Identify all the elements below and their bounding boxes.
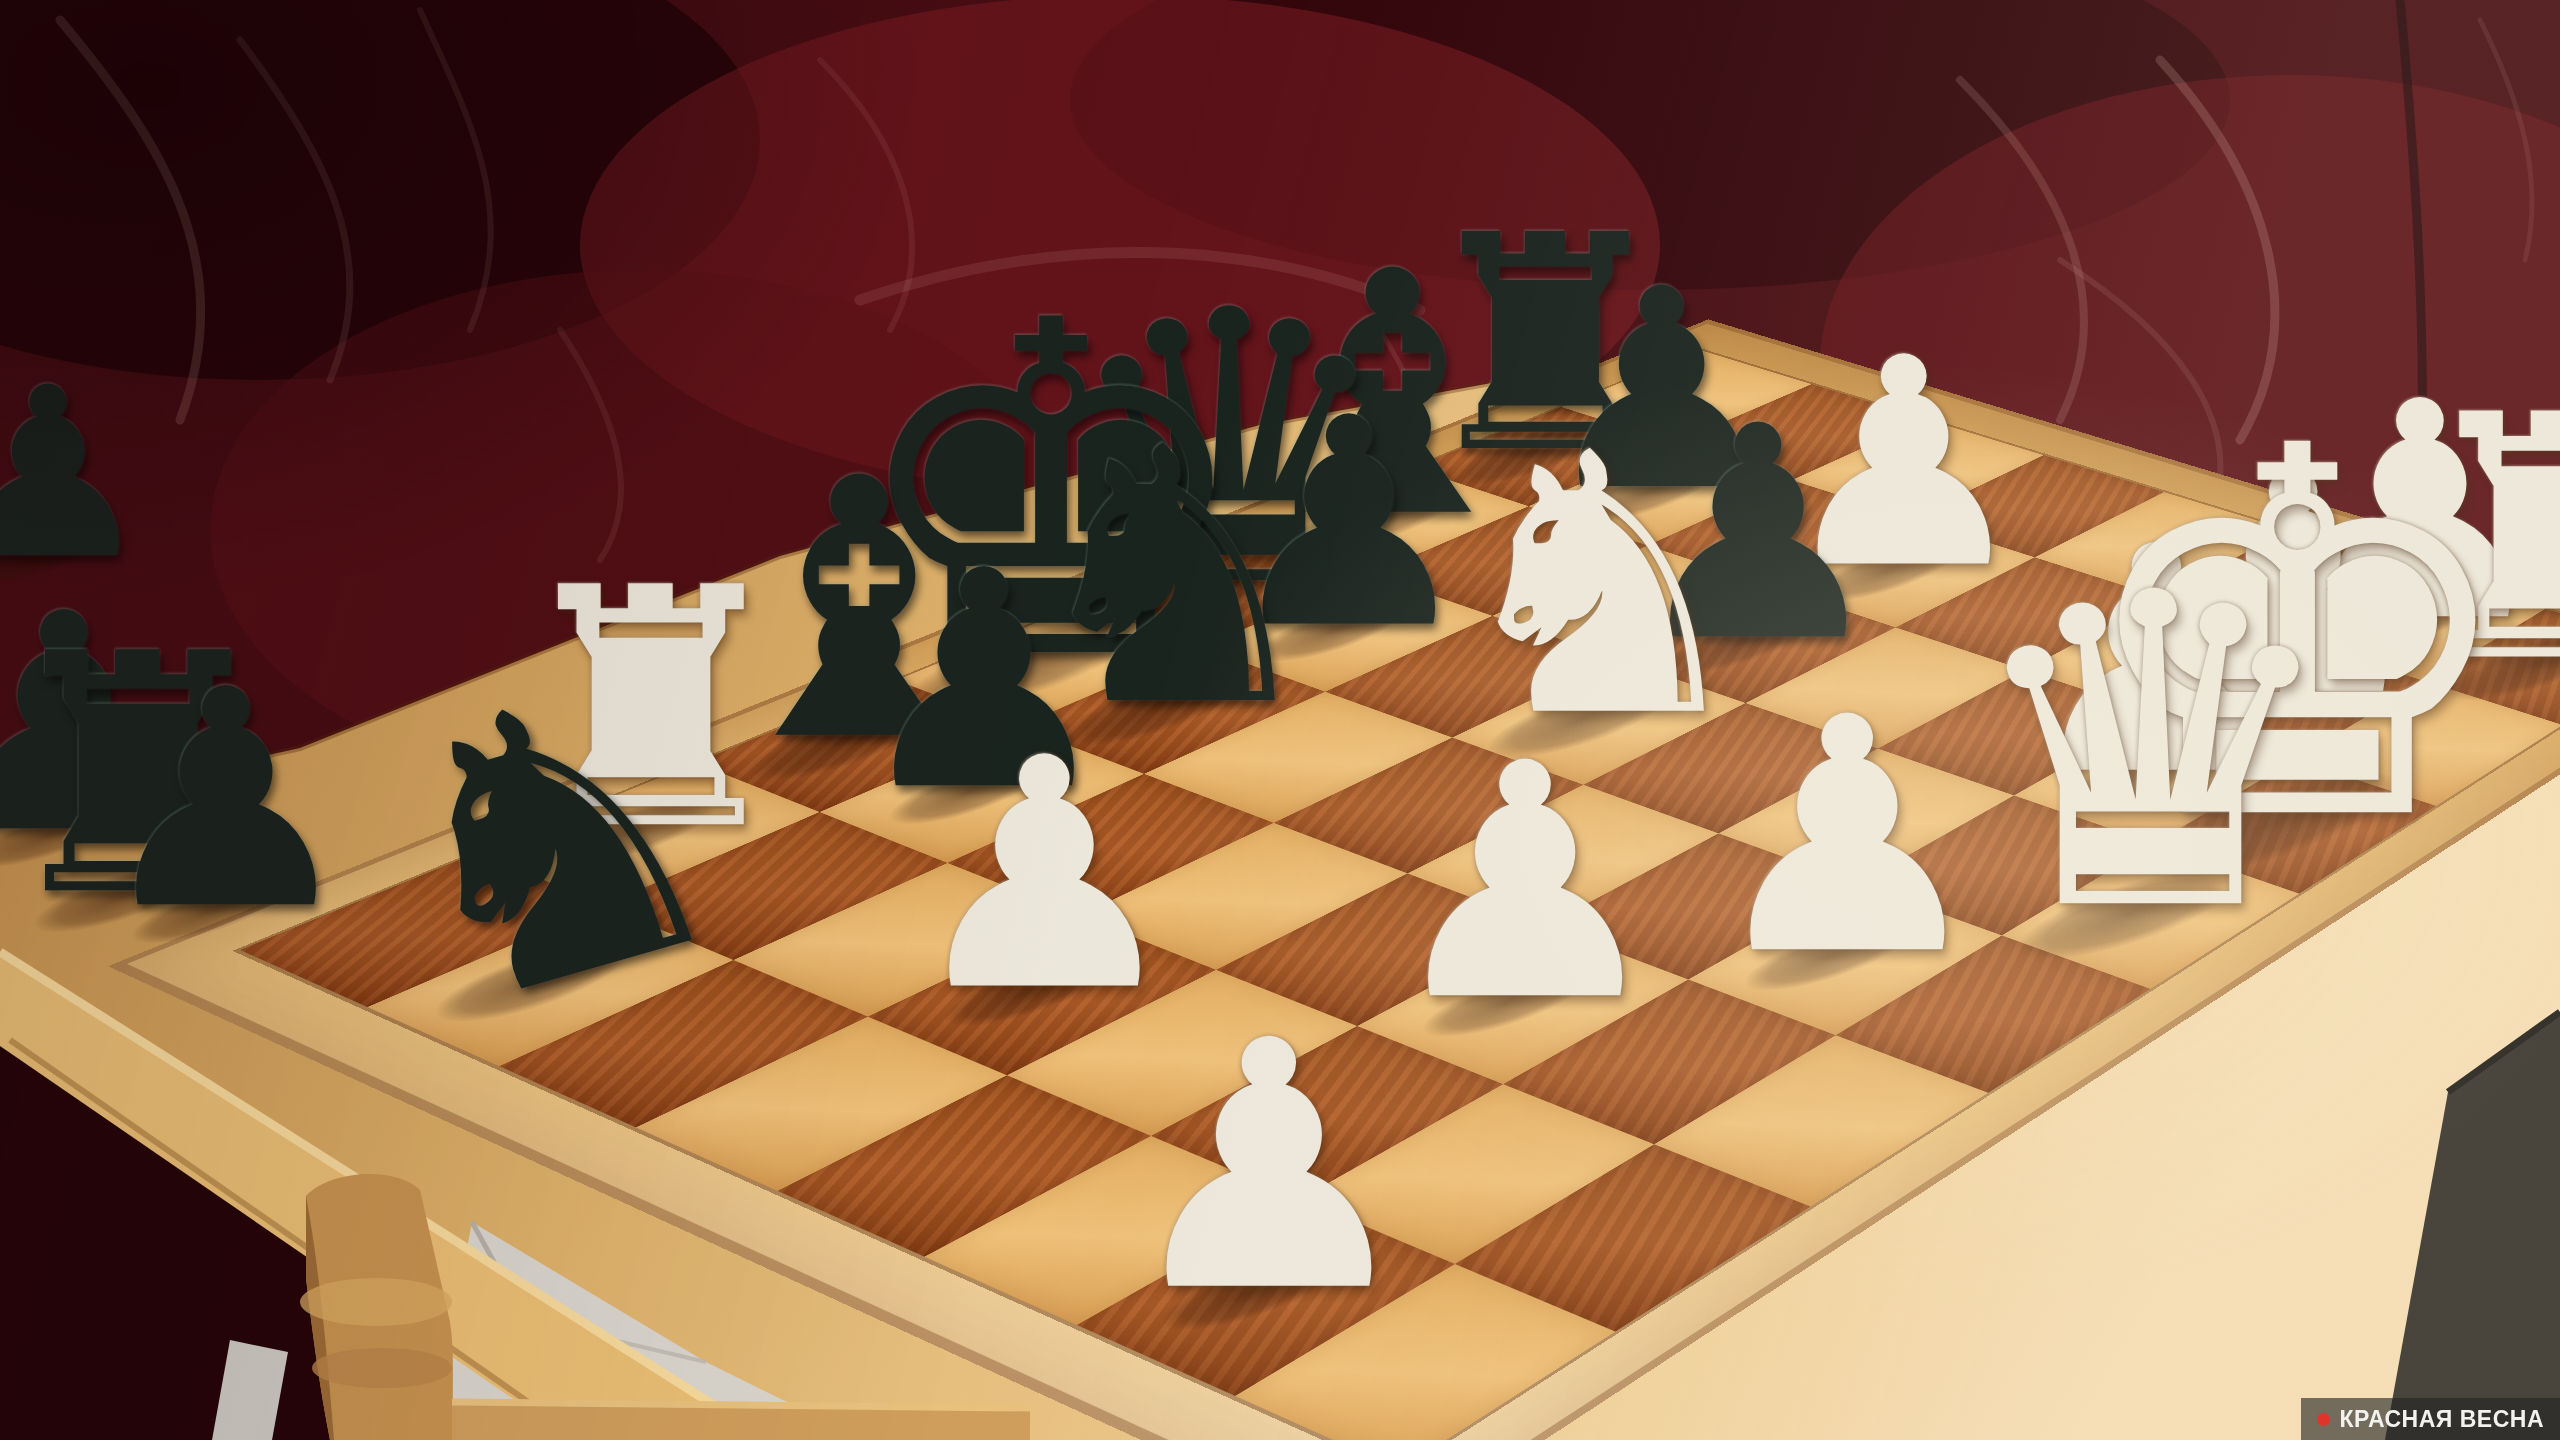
watermark-text: КРАСНАЯ ВЕСНА (2340, 1406, 2544, 1433)
piece-white-pawn-f3[interactable]: ♟ (1380, 721, 1670, 1045)
piece-white-pawn-h2[interactable]: ♟ (1116, 997, 1423, 1339)
watermark: КРАСНАЯ ВЕСНА (2301, 1398, 2560, 1440)
watermark-dot-icon (2317, 1413, 2330, 1426)
piece-white-pawn-e2[interactable]: ♟ (1702, 675, 1992, 999)
piece-black-pawn-offboard-3[interactable]: ♟ (92, 651, 361, 951)
pieces-layer: ♜♟♝♟♟♛♟♟♟♚♜♟♞♞♝♟♟♚♜♟♜♟♛♟♞♟♟♟ (0, 0, 2560, 1440)
piece-white-queen-d1[interactable]: ♛ (1959, 539, 2346, 971)
photo-scene: ♜♟♝♟♟♛♟♟♟♚♜♟♞♞♝♟♟♚♜♟♜♟♛♟♞♟♟♟ КРАСНАЯ ВЕС… (0, 0, 2560, 1440)
